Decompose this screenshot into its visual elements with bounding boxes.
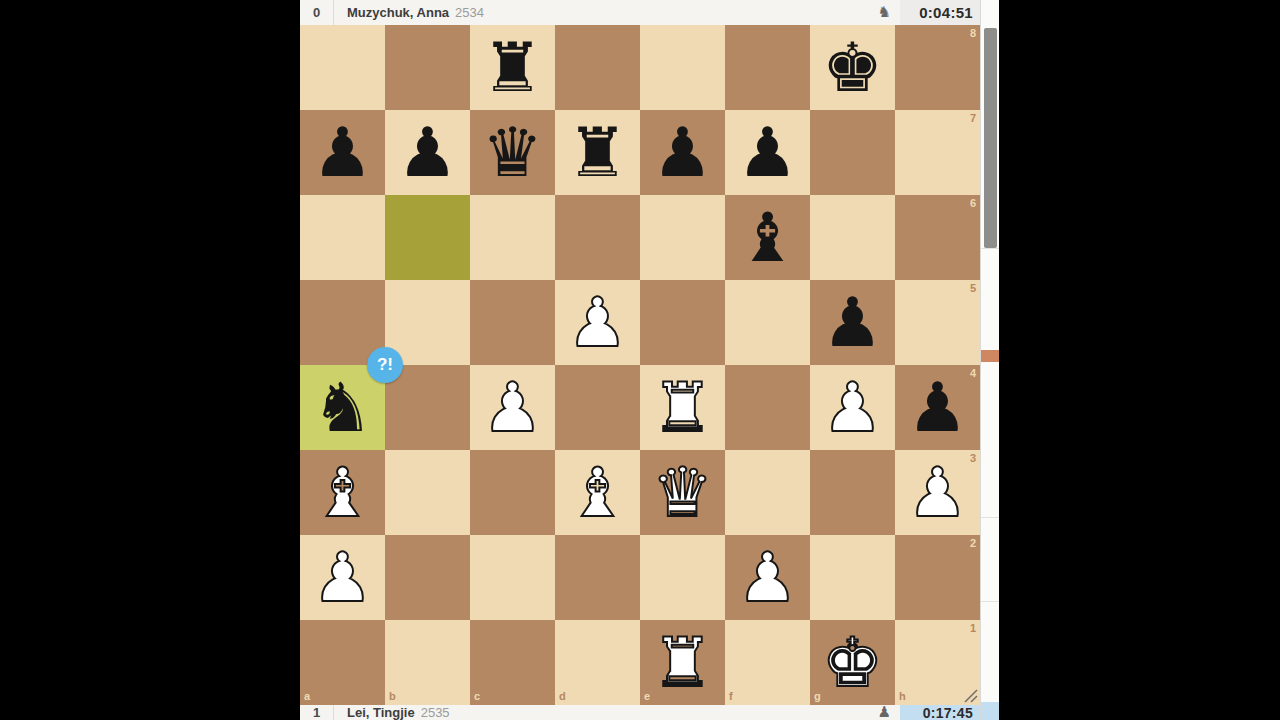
white-pawn[interactable]: ♟: [555, 280, 640, 365]
black-pawn[interactable]: ♟: [640, 110, 725, 195]
square-b8[interactable]: [385, 25, 470, 110]
square-c7[interactable]: ♛: [470, 110, 555, 195]
square-f5[interactable]: [725, 280, 810, 365]
white-pawn[interactable]: ♟: [810, 365, 895, 450]
coord-rank-3: 3: [970, 453, 976, 464]
square-b7[interactable]: ♟: [385, 110, 470, 195]
knight-icon: ♞: [878, 5, 891, 20]
bottom-player-name[interactable]: Lei, Tingjie: [347, 705, 415, 720]
black-pawn[interactable]: ♟: [385, 110, 470, 195]
square-e7[interactable]: ♟: [640, 110, 725, 195]
square-c8[interactable]: ♜: [470, 25, 555, 110]
chess-board[interactable]: ♜♚8♟♟♛♜♟♟7♝6♟♟5♞♟♜♟♟4♝♝♛♟3♟♟2abcd♜ef♚g1h…: [300, 25, 980, 705]
white-king[interactable]: ♚: [810, 620, 895, 705]
square-b2[interactable]: [385, 535, 470, 620]
bottom-player-score: 1: [300, 705, 334, 720]
white-pawn[interactable]: ♟: [895, 450, 980, 535]
square-a3[interactable]: ♝: [300, 450, 385, 535]
game-panel: 0 Muzychuk, Anna 2534 ♞ 0:04:51 ♜♚8♟♟♛♜♟…: [300, 0, 980, 720]
square-c5[interactable]: [470, 280, 555, 365]
square-e4[interactable]: ♜: [640, 365, 725, 450]
white-bishop[interactable]: ♝: [300, 450, 385, 535]
coord-rank-8: 8: [970, 28, 976, 39]
coord-file-b: b: [389, 691, 396, 702]
scrollbar-thumb[interactable]: [984, 28, 997, 248]
top-player-clock: 0:04:51: [900, 0, 980, 25]
coord-file-c: c: [474, 691, 480, 702]
square-g5[interactable]: ♟: [810, 280, 895, 365]
bottom-player-clock: 0:17:45: [900, 705, 980, 720]
square-g1[interactable]: ♚g: [810, 620, 895, 705]
top-player-score: 0: [300, 0, 334, 25]
black-bishop[interactable]: ♝: [725, 195, 810, 280]
square-h7[interactable]: 7: [895, 110, 980, 195]
white-rook[interactable]: ♜: [640, 620, 725, 705]
square-e1[interactable]: ♜e: [640, 620, 725, 705]
coord-file-d: d: [559, 691, 566, 702]
square-f6[interactable]: ♝: [725, 195, 810, 280]
black-rook[interactable]: ♜: [470, 25, 555, 110]
pawn-icon: ♟: [878, 705, 891, 720]
coord-file-g: g: [814, 691, 821, 702]
black-rook[interactable]: ♜: [555, 110, 640, 195]
square-e8[interactable]: [640, 25, 725, 110]
current-move-marker[interactable]: [981, 350, 999, 362]
square-c4[interactable]: ♟: [470, 365, 555, 450]
square-f7[interactable]: ♟: [725, 110, 810, 195]
square-g8[interactable]: ♚: [810, 25, 895, 110]
square-g7[interactable]: [810, 110, 895, 195]
coord-file-h: h: [899, 691, 906, 702]
square-h6[interactable]: 6: [895, 195, 980, 280]
square-c3[interactable]: [470, 450, 555, 535]
square-f1[interactable]: f: [725, 620, 810, 705]
square-e2[interactable]: [640, 535, 725, 620]
board-resize-handle[interactable]: [964, 689, 978, 703]
player-bar-bottom: 1 Lei, Tingjie 2535 ♟ 0:17:45: [300, 705, 980, 720]
square-d1[interactable]: d: [555, 620, 640, 705]
square-b3[interactable]: [385, 450, 470, 535]
square-d2[interactable]: [555, 535, 640, 620]
square-g6[interactable]: [810, 195, 895, 280]
square-d6[interactable]: [555, 195, 640, 280]
square-e5[interactable]: [640, 280, 725, 365]
square-h5[interactable]: 5: [895, 280, 980, 365]
square-c2[interactable]: [470, 535, 555, 620]
top-player-rating: 2534: [455, 5, 484, 20]
side-scroll-strip: [980, 0, 999, 720]
square-d5[interactable]: ♟: [555, 280, 640, 365]
square-a6[interactable]: [300, 195, 385, 280]
square-d8[interactable]: [555, 25, 640, 110]
coord-rank-1: 1: [970, 623, 976, 634]
strip-clock-segment: [981, 702, 999, 720]
coord-file-e: e: [644, 691, 650, 702]
coord-file-f: f: [729, 691, 733, 702]
square-e3[interactable]: ♛: [640, 450, 725, 535]
white-pawn[interactable]: ♟: [300, 535, 385, 620]
player-bar-top: 0 Muzychuk, Anna 2534 ♞ 0:04:51: [300, 0, 980, 25]
square-h8[interactable]: 8: [895, 25, 980, 110]
coord-rank-4: 4: [970, 368, 976, 379]
black-pawn[interactable]: ♟: [300, 110, 385, 195]
square-a7[interactable]: ♟: [300, 110, 385, 195]
black-pawn[interactable]: ♟: [810, 280, 895, 365]
move-annotation-badge: ?!: [367, 347, 403, 383]
square-f4[interactable]: [725, 365, 810, 450]
coord-rank-5: 5: [970, 283, 976, 294]
square-g2[interactable]: [810, 535, 895, 620]
square-f8[interactable]: [725, 25, 810, 110]
square-h3[interactable]: ♟3: [895, 450, 980, 535]
coord-rank-7: 7: [970, 113, 976, 124]
square-f3[interactable]: [725, 450, 810, 535]
black-pawn[interactable]: ♟: [895, 365, 980, 450]
square-c6[interactable]: [470, 195, 555, 280]
square-b4[interactable]: [385, 365, 470, 450]
bottom-player-rating: 2535: [421, 705, 450, 720]
coord-rank-6: 6: [970, 198, 976, 209]
square-a2[interactable]: ♟: [300, 535, 385, 620]
white-bishop[interactable]: ♝: [555, 450, 640, 535]
white-pawn[interactable]: ♟: [725, 535, 810, 620]
square-d4[interactable]: [555, 365, 640, 450]
top-player-name[interactable]: Muzychuk, Anna: [347, 5, 449, 20]
square-a8[interactable]: [300, 25, 385, 110]
square-h4[interactable]: ♟4: [895, 365, 980, 450]
square-d3[interactable]: ♝: [555, 450, 640, 535]
black-king[interactable]: ♚: [810, 25, 895, 110]
strip-divider: [981, 517, 999, 518]
black-queen[interactable]: ♛: [470, 110, 555, 195]
square-c1[interactable]: c: [470, 620, 555, 705]
square-e6[interactable]: [640, 195, 725, 280]
square-b6[interactable]: [385, 195, 470, 280]
square-b1[interactable]: b: [385, 620, 470, 705]
strip-divider: [981, 248, 999, 249]
coord-rank-2: 2: [970, 538, 976, 549]
white-queen[interactable]: ♛: [640, 450, 725, 535]
black-pawn[interactable]: ♟: [725, 110, 810, 195]
white-pawn[interactable]: ♟: [470, 365, 555, 450]
strip-divider: [981, 601, 999, 602]
square-d7[interactable]: ♜: [555, 110, 640, 195]
square-g3[interactable]: [810, 450, 895, 535]
square-h2[interactable]: 2: [895, 535, 980, 620]
square-g4[interactable]: ♟: [810, 365, 895, 450]
square-a1[interactable]: a: [300, 620, 385, 705]
coord-file-a: a: [304, 691, 310, 702]
square-f2[interactable]: ♟: [725, 535, 810, 620]
white-rook[interactable]: ♜: [640, 365, 725, 450]
